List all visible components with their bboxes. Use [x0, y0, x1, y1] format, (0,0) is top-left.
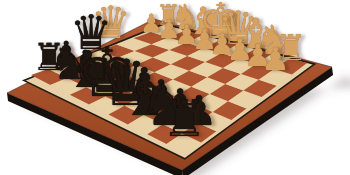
piece-white-b-c1: ♝	[237, 14, 274, 55]
piece-white-p-c2: ♟	[227, 35, 254, 65]
piece-black-n-g8: ♞	[48, 40, 89, 86]
piece-white-r-a1: ♜	[275, 30, 307, 65]
piece-white-n-g1: ♞	[170, 1, 201, 36]
piece-black-b-f8: ♝	[65, 45, 111, 96]
piece-white-p-g2: ♟	[157, 16, 180, 42]
piece-white-p-f2: ♟	[175, 21, 199, 48]
piece-black-k-e8: ♚	[77, 39, 138, 107]
piece-white-p-b2: ♟	[244, 40, 272, 71]
piece-black-r-a8: ♜	[161, 93, 206, 143]
piece-white-p-a2: ♟	[261, 44, 289, 76]
piece-black-n-b8: ♞	[139, 77, 190, 134]
piece-black-p-f7: ♟	[89, 54, 119, 88]
piece-white-b-f1: ♝	[186, 3, 220, 41]
piece-black-p-c7: ♟	[144, 76, 178, 114]
piece-white-p-e2: ♟	[192, 25, 217, 53]
piece-black-p-d7: ♟	[126, 69, 159, 105]
piece-black-p-a7: ♟	[181, 91, 218, 132]
piece-black-b-c8: ♝	[119, 67, 171, 125]
piece-black-p-b7: ♟	[163, 84, 198, 123]
piece-black-p-h7: ♟	[53, 39, 80, 70]
piece-white-k-e1: ♚	[199, 0, 243, 46]
piece-white-q-d1: ♛	[218, 5, 259, 51]
piece-black-r-h8: ♜	[33, 39, 66, 76]
piece-white-q-extra-white-queen: ♛	[91, 1, 131, 46]
piece-black-p-e7: ♟	[107, 61, 138, 96]
piece-white-r-h1: ♜	[155, 2, 180, 30]
piece-black-p-g7: ♟	[71, 46, 100, 78]
piece-white-p-d2: ♟	[209, 30, 235, 59]
piece-black-q-d8: ♛	[98, 52, 155, 116]
piece-white-p-h2: ♟	[140, 11, 163, 36]
piece-white-n-b1: ♞	[255, 20, 291, 60]
pieces-layer: ♜♞♟♝♟♛♚♟♛♟♝♛♟♞♟♜♟♟♜♟♟♞♟♝♟♚♟♟♛♟♝♟♞♜	[0, 0, 350, 175]
piece-black-q-extra-black-queen: ♛	[70, 9, 113, 57]
chess-set-product-photo: ♜♞♟♝♟♛♚♟♛♟♝♛♟♞♟♜♟♟♜♟♟♞♟♝♟♚♟♟♛♟♝♟♞♜	[0, 0, 350, 175]
